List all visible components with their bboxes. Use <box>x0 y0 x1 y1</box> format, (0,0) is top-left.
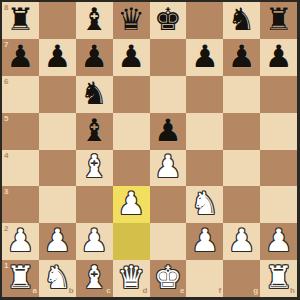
square-b3[interactable] <box>39 186 76 223</box>
square-a2[interactable]: 2♟ <box>2 223 39 260</box>
square-b2[interactable]: ♟ <box>39 223 76 260</box>
white-pawn[interactable]: ♟ <box>191 225 219 256</box>
square-h3[interactable] <box>260 186 297 223</box>
square-g4[interactable] <box>223 150 260 187</box>
black-bishop[interactable]: ♝ <box>80 4 108 35</box>
black-pawn[interactable]: ♟ <box>154 115 182 146</box>
chess-board: 8♜♝♛♚♞♜7♟♟♟♟♟♟♟6♞5♝♟4♝♟3♟♞2♟♟♟♟♟♟1a♜b♞c♝… <box>2 2 297 297</box>
black-pawn[interactable]: ♟ <box>117 41 145 72</box>
white-pawn[interactable]: ♟ <box>154 151 182 182</box>
file-label-f: f <box>219 287 222 295</box>
white-knight[interactable]: ♞ <box>191 188 219 219</box>
black-pawn[interactable]: ♟ <box>7 41 35 72</box>
black-pawn[interactable]: ♟ <box>265 41 293 72</box>
white-pawn[interactable]: ♟ <box>117 188 145 219</box>
square-c5[interactable]: ♝ <box>76 113 113 150</box>
white-pawn[interactable]: ♟ <box>7 225 35 256</box>
square-f5[interactable] <box>186 113 223 150</box>
square-e6[interactable] <box>150 76 187 113</box>
square-c8[interactable]: ♝ <box>76 2 113 39</box>
square-a3[interactable]: 3 <box>2 186 39 223</box>
white-pawn[interactable]: ♟ <box>265 225 293 256</box>
black-queen[interactable]: ♛ <box>117 4 145 35</box>
black-pawn[interactable]: ♟ <box>80 41 108 72</box>
square-c7[interactable]: ♟ <box>76 39 113 76</box>
square-c4[interactable]: ♝ <box>76 150 113 187</box>
square-a7[interactable]: 7♟ <box>2 39 39 76</box>
square-c2[interactable]: ♟ <box>76 223 113 260</box>
square-a1[interactable]: 1a♜ <box>2 260 39 297</box>
rank-label-6: 6 <box>4 78 8 86</box>
square-d4[interactable] <box>113 150 150 187</box>
square-g3[interactable] <box>223 186 260 223</box>
square-h2[interactable]: ♟ <box>260 223 297 260</box>
black-knight[interactable]: ♞ <box>80 78 108 109</box>
white-rook[interactable]: ♜ <box>265 262 293 293</box>
square-f1[interactable]: f <box>186 260 223 297</box>
square-b1[interactable]: b♞ <box>39 260 76 297</box>
white-pawn[interactable]: ♟ <box>80 225 108 256</box>
square-d7[interactable]: ♟ <box>113 39 150 76</box>
square-e3[interactable] <box>150 186 187 223</box>
square-a4[interactable]: 4 <box>2 150 39 187</box>
square-h7[interactable]: ♟ <box>260 39 297 76</box>
rank-label-4: 4 <box>4 152 8 160</box>
square-c3[interactable] <box>76 186 113 223</box>
white-pawn[interactable]: ♟ <box>228 225 256 256</box>
square-f8[interactable] <box>186 2 223 39</box>
chess-board-frame: 8♜♝♛♚♞♜7♟♟♟♟♟♟♟6♞5♝♟4♝♟3♟♞2♟♟♟♟♟♟1a♜b♞c♝… <box>0 0 300 300</box>
white-queen[interactable]: ♛ <box>117 262 145 293</box>
square-f4[interactable] <box>186 150 223 187</box>
rank-label-3: 3 <box>4 188 8 196</box>
black-pawn[interactable]: ♟ <box>191 41 219 72</box>
square-g1[interactable]: g <box>223 260 260 297</box>
square-a8[interactable]: 8♜ <box>2 2 39 39</box>
square-d8[interactable]: ♛ <box>113 2 150 39</box>
white-bishop[interactable]: ♝ <box>80 151 108 182</box>
square-f7[interactable]: ♟ <box>186 39 223 76</box>
black-pawn[interactable]: ♟ <box>43 41 71 72</box>
square-h6[interactable] <box>260 76 297 113</box>
square-d1[interactable]: d♛ <box>113 260 150 297</box>
square-b5[interactable] <box>39 113 76 150</box>
square-g5[interactable] <box>223 113 260 150</box>
file-label-g: g <box>253 287 258 295</box>
black-bishop[interactable]: ♝ <box>80 115 108 146</box>
square-b8[interactable] <box>39 2 76 39</box>
white-rook[interactable]: ♜ <box>7 262 35 293</box>
square-a5[interactable]: 5 <box>2 113 39 150</box>
square-d2[interactable] <box>113 223 150 260</box>
white-bishop[interactable]: ♝ <box>80 262 108 293</box>
black-pawn[interactable]: ♟ <box>228 41 256 72</box>
square-f6[interactable] <box>186 76 223 113</box>
square-c6[interactable]: ♞ <box>76 76 113 113</box>
square-a6[interactable]: 6 <box>2 76 39 113</box>
square-c1[interactable]: c♝ <box>76 260 113 297</box>
square-h4[interactable] <box>260 150 297 187</box>
square-h8[interactable]: ♜ <box>260 2 297 39</box>
square-e5[interactable]: ♟ <box>150 113 187 150</box>
black-knight[interactable]: ♞ <box>228 4 256 35</box>
square-e1[interactable]: e♚ <box>150 260 187 297</box>
square-f2[interactable]: ♟ <box>186 223 223 260</box>
square-b6[interactable] <box>39 76 76 113</box>
square-e4[interactable]: ♟ <box>150 150 187 187</box>
white-king[interactable]: ♚ <box>154 262 182 293</box>
black-king[interactable]: ♚ <box>154 4 182 35</box>
square-h1[interactable]: h♜ <box>260 260 297 297</box>
square-h5[interactable] <box>260 113 297 150</box>
square-g2[interactable]: ♟ <box>223 223 260 260</box>
square-f3[interactable]: ♞ <box>186 186 223 223</box>
square-g8[interactable]: ♞ <box>223 2 260 39</box>
black-rook[interactable]: ♜ <box>7 4 35 35</box>
square-d3[interactable]: ♟ <box>113 186 150 223</box>
black-rook[interactable]: ♜ <box>265 4 293 35</box>
square-g7[interactable]: ♟ <box>223 39 260 76</box>
square-d5[interactable] <box>113 113 150 150</box>
square-g6[interactable] <box>223 76 260 113</box>
rank-label-5: 5 <box>4 115 8 123</box>
square-e2[interactable] <box>150 223 187 260</box>
white-knight[interactable]: ♞ <box>43 262 71 293</box>
square-e7[interactable] <box>150 39 187 76</box>
white-pawn[interactable]: ♟ <box>43 225 71 256</box>
square-e8[interactable]: ♚ <box>150 2 187 39</box>
square-b4[interactable] <box>39 150 76 187</box>
square-b7[interactable]: ♟ <box>39 39 76 76</box>
square-d6[interactable] <box>113 76 150 113</box>
